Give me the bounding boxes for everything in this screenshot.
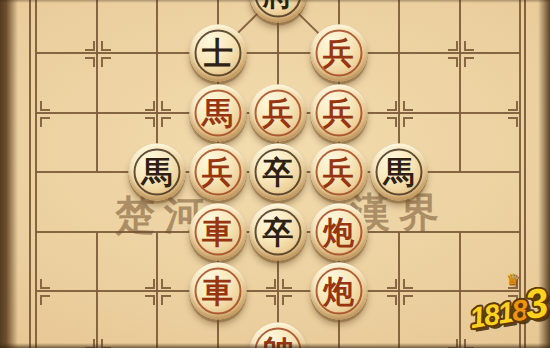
piece-red-soldier-5[interactable]: 兵	[310, 144, 367, 201]
piece-black-advisor[interactable]: 士	[189, 25, 246, 82]
page-edge-top	[0, 0, 550, 3]
watermark-digits: 18183	[471, 302, 550, 331]
piece-black-general[interactable]: 將	[250, 0, 307, 22]
piece-character: 兵	[310, 84, 367, 141]
piece-red-chariot-2[interactable]: 車	[189, 263, 246, 320]
piece-character: 卒	[250, 144, 307, 201]
piece-character: 兵	[310, 25, 367, 82]
piece-black-horse-left[interactable]: 馬	[129, 144, 186, 201]
page-edge-bottom	[0, 343, 550, 348]
piece-red-soldier-4[interactable]: 兵	[189, 144, 246, 201]
piece-black-horse-right[interactable]: 馬	[371, 144, 428, 201]
piece-character: 馬	[129, 144, 186, 201]
crown-icon: ♛	[505, 272, 521, 289]
piece-character: 馬	[189, 84, 246, 141]
piece-red-cannon-1[interactable]: 炮	[310, 203, 367, 260]
piece-red-chariot-1[interactable]: 車	[189, 203, 246, 260]
xiangqi-board-screenshot: 楚河 漢界 將士兵馬兵兵馬兵卒兵馬車卒炮車炮帥 ♛ 18183	[0, 0, 550, 348]
piece-character: 炮	[310, 203, 367, 260]
piece-layer: 將士兵馬兵兵馬兵卒兵馬車卒炮車炮帥	[0, 0, 550, 348]
piece-red-soldier-2[interactable]: 兵	[250, 84, 307, 141]
piece-black-soldier-2[interactable]: 卒	[250, 203, 307, 260]
piece-character: 兵	[189, 144, 246, 201]
piece-red-soldier-1[interactable]: 兵	[310, 25, 367, 82]
piece-character: 將	[250, 0, 307, 22]
piece-character: 車	[189, 203, 246, 260]
piece-character: 馬	[371, 144, 428, 201]
piece-character: 兵	[310, 144, 367, 201]
piece-red-cannon-2[interactable]: 炮	[310, 263, 367, 320]
page-edge-left	[0, 0, 18, 348]
piece-character: 士	[189, 25, 246, 82]
piece-character: 炮	[310, 263, 367, 320]
piece-character: 卒	[250, 203, 307, 260]
piece-red-horse[interactable]: 馬	[189, 84, 246, 141]
piece-character: 車	[189, 263, 246, 320]
piece-character: 兵	[250, 84, 307, 141]
piece-red-soldier-3[interactable]: 兵	[310, 84, 367, 141]
piece-black-soldier-1[interactable]: 卒	[250, 144, 307, 201]
